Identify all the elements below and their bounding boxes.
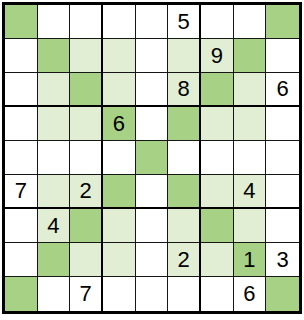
given-digit: 2 — [80, 180, 92, 202]
cell-r1c3[interactable] — [70, 5, 103, 39]
cell-r7c2[interactable]: 4 — [38, 209, 71, 243]
cell-r2c9[interactable] — [266, 39, 299, 73]
cell-r4c1[interactable] — [5, 107, 38, 141]
cell-r3c6[interactable]: 8 — [168, 73, 201, 107]
cell-r2c8[interactable] — [234, 39, 267, 73]
given-digit: 6 — [113, 113, 125, 135]
cell-r7c4[interactable] — [103, 209, 136, 243]
cell-r1c9[interactable] — [266, 5, 299, 39]
cell-r4c9[interactable] — [266, 107, 299, 141]
cell-r9c7[interactable] — [201, 277, 234, 311]
cell-r6c5[interactable] — [136, 175, 169, 209]
cell-r3c4[interactable] — [103, 73, 136, 107]
cell-r7c1[interactable] — [5, 209, 38, 243]
cell-r7c7[interactable] — [201, 209, 234, 243]
cell-r9c4[interactable] — [103, 277, 136, 311]
cell-r3c3[interactable] — [70, 73, 103, 107]
cell-r1c7[interactable] — [201, 5, 234, 39]
cell-r2c1[interactable] — [5, 39, 38, 73]
cell-r8c7[interactable] — [201, 243, 234, 277]
cell-r9c9[interactable] — [266, 277, 299, 311]
cell-r5c6[interactable] — [168, 141, 201, 175]
cell-r4c3[interactable] — [70, 107, 103, 141]
given-digit: 8 — [178, 78, 190, 100]
cell-r1c4[interactable] — [103, 5, 136, 39]
cell-r3c5[interactable] — [136, 73, 169, 107]
cell-r6c7[interactable] — [201, 175, 234, 209]
cell-r3c9[interactable]: 6 — [266, 73, 299, 107]
given-digit: 4 — [47, 215, 59, 237]
cell-r5c8[interactable] — [234, 141, 267, 175]
cell-r1c6[interactable]: 5 — [168, 5, 201, 39]
cell-r6c9[interactable] — [266, 175, 299, 209]
cell-r8c1[interactable] — [5, 243, 38, 277]
cell-r4c6[interactable] — [168, 107, 201, 141]
cell-r3c8[interactable] — [234, 73, 267, 107]
given-digit: 9 — [211, 45, 223, 67]
cell-r5c9[interactable] — [266, 141, 299, 175]
cell-r7c8[interactable] — [234, 209, 267, 243]
cell-r3c7[interactable] — [201, 73, 234, 107]
given-digit: 1 — [243, 249, 255, 271]
cell-r4c2[interactable] — [38, 107, 71, 141]
cell-r8c9[interactable]: 3 — [266, 243, 299, 277]
cell-r6c8[interactable]: 4 — [234, 175, 267, 209]
given-digit: 2 — [178, 249, 190, 271]
cell-r2c4[interactable] — [103, 39, 136, 73]
cell-r7c6[interactable] — [168, 209, 201, 243]
cell-r9c6[interactable] — [168, 277, 201, 311]
cell-r2c2[interactable] — [38, 39, 71, 73]
given-digit: 6 — [243, 283, 255, 305]
given-digit: 5 — [178, 11, 190, 33]
cell-r5c4[interactable] — [103, 141, 136, 175]
cell-r5c7[interactable] — [201, 141, 234, 175]
cell-r7c9[interactable] — [266, 209, 299, 243]
cell-r9c8[interactable]: 6 — [234, 277, 267, 311]
cell-r8c2[interactable] — [38, 243, 71, 277]
cell-r2c3[interactable] — [70, 39, 103, 73]
cell-r8c4[interactable] — [103, 243, 136, 277]
cell-r6c2[interactable] — [38, 175, 71, 209]
cell-r6c3[interactable]: 2 — [70, 175, 103, 209]
cell-r3c1[interactable] — [5, 73, 38, 107]
cell-r9c2[interactable] — [38, 277, 71, 311]
cell-r5c1[interactable] — [5, 141, 38, 175]
given-digit: 7 — [80, 283, 92, 305]
cell-r2c6[interactable] — [168, 39, 201, 73]
cell-r2c7[interactable]: 9 — [201, 39, 234, 73]
given-digit: 6 — [277, 78, 289, 100]
given-digit: 4 — [243, 180, 255, 202]
cell-r2c5[interactable] — [136, 39, 169, 73]
cell-r4c7[interactable] — [201, 107, 234, 141]
cell-r1c8[interactable] — [234, 5, 267, 39]
cell-r8c3[interactable] — [70, 243, 103, 277]
given-digit: 7 — [15, 180, 27, 202]
cell-r5c2[interactable] — [38, 141, 71, 175]
cell-r9c3[interactable]: 7 — [70, 277, 103, 311]
given-digit: 3 — [277, 249, 289, 271]
cell-r9c1[interactable] — [5, 277, 38, 311]
cell-r1c5[interactable] — [136, 5, 169, 39]
cell-r4c8[interactable] — [234, 107, 267, 141]
cell-r8c6[interactable]: 2 — [168, 243, 201, 277]
cell-r5c5[interactable] — [136, 141, 169, 175]
cell-r7c5[interactable] — [136, 209, 169, 243]
cell-r5c3[interactable] — [70, 141, 103, 175]
cell-r3c2[interactable] — [38, 73, 71, 107]
cell-r1c1[interactable] — [5, 5, 38, 39]
cell-r8c8[interactable]: 1 — [234, 243, 267, 277]
cell-r4c4[interactable]: 6 — [103, 107, 136, 141]
sudoku-board: 59866724421376 — [2, 2, 302, 314]
cell-r6c4[interactable] — [103, 175, 136, 209]
cell-r6c1[interactable]: 7 — [5, 175, 38, 209]
cell-r9c5[interactable] — [136, 277, 169, 311]
cell-r1c2[interactable] — [38, 5, 71, 39]
cell-r7c3[interactable] — [70, 209, 103, 243]
cell-r4c5[interactable] — [136, 107, 169, 141]
cell-r8c5[interactable] — [136, 243, 169, 277]
cell-r6c6[interactable] — [168, 175, 201, 209]
